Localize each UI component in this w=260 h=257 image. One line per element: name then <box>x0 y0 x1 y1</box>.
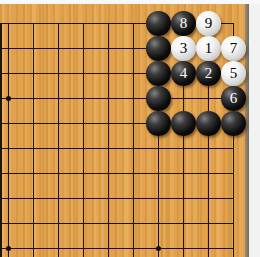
go-stone-black <box>221 111 245 135</box>
go-stone-black: 2 <box>196 61 220 85</box>
go-stone-black <box>146 61 170 85</box>
go-stone-black <box>146 111 170 135</box>
move-number-label: 3 <box>180 41 188 56</box>
go-stone-black: 8 <box>171 11 195 35</box>
go-stone-black <box>146 11 170 35</box>
go-stone-white: 3 <box>171 36 195 60</box>
move-number-label: 1 <box>205 41 213 56</box>
board-stones-layer: 893174256 <box>0 11 246 257</box>
go-stone-black <box>196 111 220 135</box>
go-stone-black <box>171 111 195 135</box>
go-board[interactable]: 893174256 <box>0 4 245 257</box>
go-stone-black <box>146 86 170 110</box>
go-stone-black <box>146 36 170 60</box>
board-left-crop-line <box>0 23 2 257</box>
move-number-label: 5 <box>230 66 238 81</box>
move-number-label: 2 <box>205 66 213 81</box>
move-number-label: 4 <box>180 66 188 81</box>
move-number-label: 7 <box>230 41 238 56</box>
background-top-strip <box>0 0 260 4</box>
go-stone-white: 7 <box>221 36 245 60</box>
go-stone-white: 1 <box>196 36 220 60</box>
go-diagram-screenshot: 893174256 <box>0 0 260 257</box>
go-stone-white: 5 <box>221 61 245 85</box>
go-stone-black: 4 <box>171 61 195 85</box>
go-stone-black: 6 <box>221 86 245 110</box>
board-right-edge-shadow <box>245 4 249 257</box>
go-stone-white: 9 <box>196 11 220 35</box>
move-number-label: 9 <box>205 16 213 31</box>
move-number-label: 8 <box>180 16 188 31</box>
move-number-label: 6 <box>230 91 238 106</box>
